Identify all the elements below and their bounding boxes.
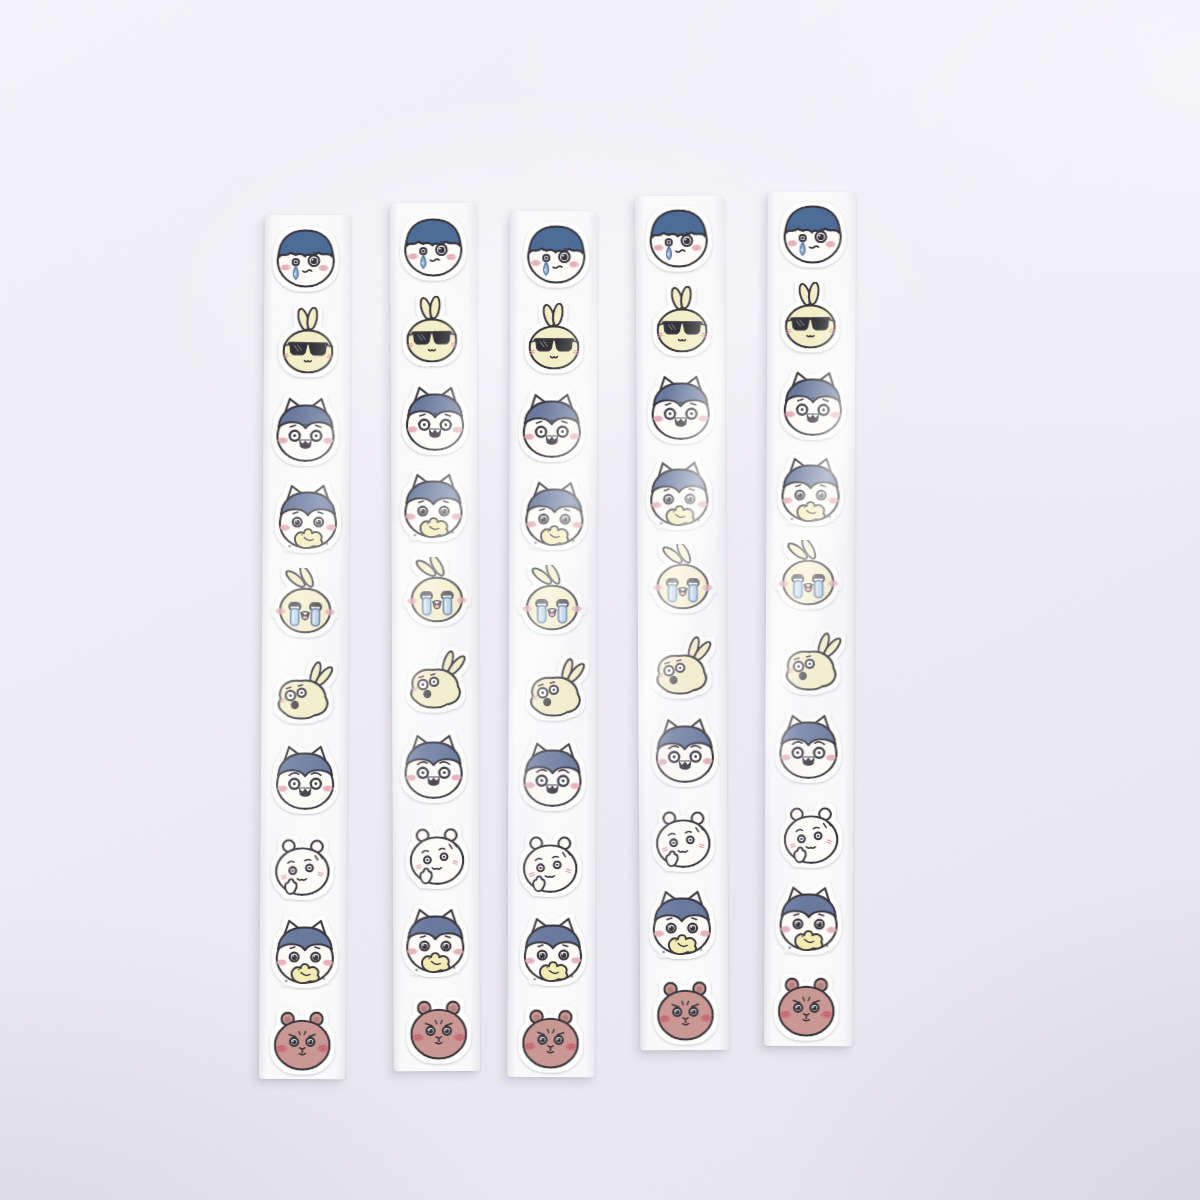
usagi-crying-art xyxy=(769,539,848,614)
sticker-hachiware-chick-row4 xyxy=(640,457,719,532)
sticker-hachiware-crying-row1 xyxy=(267,220,345,294)
chiikawa-pointing-art xyxy=(772,797,851,872)
sticker-hachiware-laughing-dots-row3 xyxy=(512,390,591,465)
sticker-bear-grumpy-row10 xyxy=(400,992,478,1066)
usagi-crying-art xyxy=(266,567,345,642)
hachiware-chick-art xyxy=(394,470,472,544)
bear-grumpy-art xyxy=(511,1000,590,1075)
sticker-hachiware-crying-row1 xyxy=(394,209,472,283)
sticker-bear-grumpy-row10 xyxy=(263,1003,341,1077)
sticker-hachiware-chick-row4 xyxy=(269,481,347,555)
sticker-usagi-tumbling-row6 xyxy=(515,652,594,727)
sticker-hachiware-laughing-row7 xyxy=(769,711,847,785)
hachiware-chick-art xyxy=(769,883,848,958)
sticker-usagi-crying-row5 xyxy=(644,543,722,617)
usagi-sunglasses-art xyxy=(771,282,850,357)
usagi-tumbling-art xyxy=(771,625,850,700)
sticker-chiikawa-pointing-row8 xyxy=(772,797,851,872)
hachiware-laughing-art xyxy=(512,739,591,814)
hachiware-crying-art xyxy=(774,196,852,270)
sticker-hachiware-chick-row4 xyxy=(771,454,849,528)
sticker-bear-grumpy-row10 xyxy=(767,969,845,1043)
chiikawa-pointing-art xyxy=(511,826,589,900)
sticker-hachiware-chick-row9 xyxy=(769,883,848,958)
sticker-hachiware-chick-row9 xyxy=(513,913,592,988)
hachiware-laughing-art xyxy=(266,742,344,816)
bear-grumpy-art xyxy=(263,1003,341,1077)
hachiware-chick-art xyxy=(640,457,719,532)
sticker-hachiware-laughing-dots-row3 xyxy=(396,383,475,458)
sticker-hachiware-laughing-dots-row3 xyxy=(773,367,852,442)
bear-grumpy-art xyxy=(400,992,478,1066)
sticker-usagi-sunglasses-row2 xyxy=(514,303,592,377)
usagi-tumbling-art xyxy=(396,644,475,719)
hachiware-laughing-art xyxy=(645,715,724,790)
sticker-bear-grumpy-row10 xyxy=(646,972,725,1047)
sticker-chiikawa-pointing-row8 xyxy=(644,801,722,875)
sticker-hachiware-laughing-dots-row3 xyxy=(641,372,719,446)
hachiware-crying-art xyxy=(639,199,718,274)
hachiware-laughing-dots-art xyxy=(641,372,719,446)
sticker-usagi-sunglasses-row2 xyxy=(268,306,347,381)
sticker-hachiware-crying-row1 xyxy=(774,196,852,270)
sticker-strip-4 xyxy=(635,196,728,1051)
hachiware-laughing-art xyxy=(394,731,472,805)
sticker-usagi-tumbling-row6 xyxy=(396,644,475,719)
sticker-hachiware-chick-row4 xyxy=(394,470,472,544)
sticker-hachiware-crying-row1 xyxy=(639,199,718,274)
sticker-usagi-crying-row5 xyxy=(513,565,591,639)
sticker-hachiware-laughing-row7 xyxy=(645,715,724,790)
hachiware-chick-art xyxy=(396,905,475,980)
sticker-hachiware-laughing-row7 xyxy=(394,731,472,805)
bear-grumpy-art xyxy=(767,969,845,1043)
usagi-tumbling-art xyxy=(515,652,594,727)
sticker-hachiware-crying-row1 xyxy=(516,215,595,290)
sticker-chiikawa-pointing-row8 xyxy=(263,828,342,903)
hachiware-laughing-dots-art xyxy=(512,390,591,465)
sticker-usagi-crying-row5 xyxy=(769,539,848,614)
hachiware-laughing-dots-art xyxy=(773,367,852,442)
hachiware-crying-art xyxy=(394,209,472,283)
sticker-usagi-tumbling-row6 xyxy=(642,629,720,703)
chiikawa-pointing-art xyxy=(644,801,722,875)
hachiware-chick-art xyxy=(643,887,721,961)
sticker-strip-2 xyxy=(390,203,480,1071)
usagi-crying-art xyxy=(513,565,591,639)
usagi-tumbling-art xyxy=(642,629,720,703)
hachiware-chick-art xyxy=(771,454,849,528)
sticker-bear-grumpy-row10 xyxy=(511,1000,590,1075)
sticker-strips-group xyxy=(0,0,1200,1200)
hachiware-crying-art xyxy=(516,215,595,290)
sticker-hachiware-laughing-row7 xyxy=(266,742,344,816)
usagi-tumbling-art xyxy=(263,655,342,730)
sticker-usagi-crying-row5 xyxy=(266,567,345,642)
sticker-hachiware-laughing-row7 xyxy=(512,739,591,814)
sticker-strip-3 xyxy=(507,211,597,1077)
usagi-sunglasses-art xyxy=(268,306,347,381)
sticker-chiikawa-pointing-row8 xyxy=(511,826,589,900)
sticker-usagi-sunglasses-row2 xyxy=(771,282,850,357)
hachiware-laughing-dots-art xyxy=(396,383,475,458)
usagi-crying-art xyxy=(397,556,476,631)
photo-canvas xyxy=(0,0,1200,1200)
hachiware-crying-art xyxy=(267,220,345,294)
sticker-strip-1 xyxy=(259,215,351,1080)
hachiware-laughing-art xyxy=(769,711,847,785)
hachiware-chick-art xyxy=(513,913,592,988)
sticker-hachiware-laughing-dots-row3 xyxy=(266,394,345,469)
hachiware-chick-art xyxy=(269,481,347,555)
sticker-strip-5 xyxy=(764,192,856,1046)
hachiware-chick-art xyxy=(266,916,345,991)
sticker-hachiware-chick-row9 xyxy=(643,887,721,961)
sticker-usagi-crying-row5 xyxy=(397,556,476,631)
usagi-sunglasses-art xyxy=(392,295,471,370)
sticker-chiikawa-pointing-row8 xyxy=(397,817,476,892)
hachiware-laughing-dots-art xyxy=(266,394,345,469)
hachiware-chick-art xyxy=(514,477,593,552)
usagi-crying-art xyxy=(644,543,722,617)
chiikawa-pointing-art xyxy=(263,828,342,903)
sticker-usagi-tumbling-row6 xyxy=(771,625,850,700)
sticker-hachiware-chick-row4 xyxy=(514,477,593,552)
usagi-sunglasses-art xyxy=(643,286,721,360)
sticker-hachiware-chick-row9 xyxy=(396,905,475,980)
sticker-usagi-tumbling-row6 xyxy=(263,655,342,730)
bear-grumpy-art xyxy=(646,972,725,1047)
sticker-hachiware-chick-row9 xyxy=(266,916,345,991)
chiikawa-pointing-art xyxy=(397,817,476,892)
sticker-usagi-sunglasses-row2 xyxy=(392,295,471,370)
sticker-usagi-sunglasses-row2 xyxy=(643,286,721,360)
usagi-sunglasses-art xyxy=(514,303,592,377)
